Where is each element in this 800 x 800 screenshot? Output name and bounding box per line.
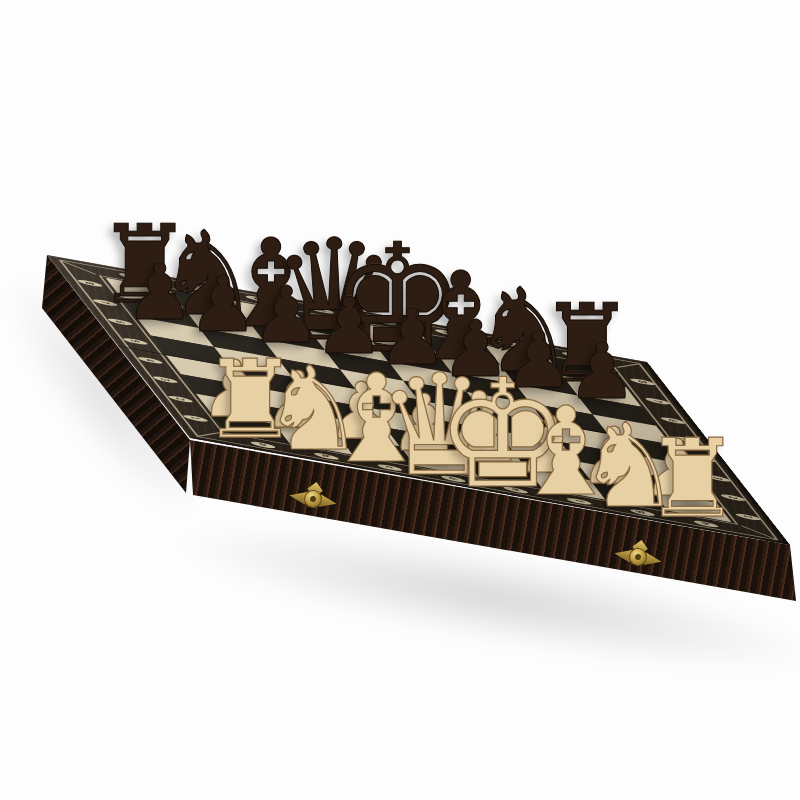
black-pawn-a7[interactable]: ♟ [125, 253, 195, 331]
pieces-layer: ♜♞♝♛♚♝♞♜♟♟♟♟♟♟♟♟♟♟♟♟♟♟♟♟♜♞♝♛♚♝♞♜ [0, 0, 800, 800]
black-pawn-b7[interactable]: ♟ [188, 264, 258, 342]
white-rook-h1[interactable]: ♜ [644, 425, 741, 533]
product-photo-scene: 8877665544332211aabbccddeeffgghh ♜♞♝♛♚♝♞… [0, 0, 800, 800]
